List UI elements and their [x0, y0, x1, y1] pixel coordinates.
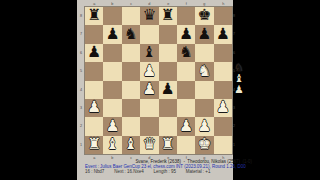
- rank-label-6: 6: [79, 47, 83, 58]
- white-rook-piece: ♜: [161, 137, 175, 153]
- video-frame: abcdefgh abcdefgh 87654321 87654321 ♜♛♜♚…: [0, 0, 320, 180]
- square-f1[interactable]: [177, 136, 195, 154]
- white-pawn-piece: ♟: [198, 119, 212, 135]
- square-g4[interactable]: [195, 81, 213, 99]
- rank-label-7: 7: [232, 29, 236, 40]
- rank-label-4: 4: [79, 84, 83, 95]
- square-e4[interactable]: ♟: [159, 81, 177, 99]
- white-rook-piece: ♜: [87, 137, 101, 153]
- square-e6[interactable]: [159, 44, 177, 62]
- square-g6[interactable]: [195, 44, 213, 62]
- square-f4[interactable]: [177, 81, 195, 99]
- white-bishop-piece: ♝: [106, 137, 120, 153]
- square-b8[interactable]: [103, 7, 121, 25]
- square-h4[interactable]: [214, 81, 232, 99]
- file-label-d: d: [144, 2, 155, 6]
- rank-label-1: 1: [79, 139, 83, 150]
- square-f7[interactable]: ♟: [177, 25, 195, 43]
- square-g3[interactable]: [195, 99, 213, 117]
- black-rook-piece: ♜: [161, 8, 175, 24]
- square-h3[interactable]: ♟: [214, 99, 232, 117]
- square-d7[interactable]: [140, 25, 158, 43]
- square-h7[interactable]: ♟: [214, 25, 232, 43]
- rank-label-2: 2: [79, 121, 83, 132]
- square-b4[interactable]: [103, 81, 121, 99]
- square-c7[interactable]: ♞: [122, 25, 140, 43]
- square-h8[interactable]: [214, 7, 232, 25]
- square-e2[interactable]: [159, 117, 177, 135]
- rank-labels-left: 87654321: [78, 7, 84, 154]
- square-h2[interactable]: [214, 117, 232, 135]
- file-label-g: g: [199, 2, 210, 6]
- rank-label-1: 1: [232, 139, 236, 150]
- square-h5[interactable]: [214, 62, 232, 80]
- square-c6[interactable]: [122, 44, 140, 62]
- black-king-piece: ♚: [198, 8, 212, 24]
- rank-label-2: 2: [232, 121, 236, 132]
- file-label-a: a: [88, 2, 99, 6]
- square-b1[interactable]: ♝: [103, 136, 121, 154]
- players-line: Svane, Frederik (2638) - Theodorou, Niko…: [85, 159, 235, 164]
- file-label-e: e: [162, 2, 173, 6]
- square-a5[interactable]: [85, 62, 103, 80]
- square-a2[interactable]: [85, 117, 103, 135]
- rank-label-8: 8: [232, 10, 236, 21]
- file-label-h: h: [217, 2, 228, 6]
- square-f2[interactable]: ♟: [177, 117, 195, 135]
- black-pawn-piece: ♟: [198, 27, 212, 43]
- white-pawn-piece: ♟: [179, 119, 193, 135]
- white-pawn-piece: ♟: [216, 100, 230, 116]
- square-e3[interactable]: [159, 99, 177, 117]
- white-king-piece: ♚: [198, 137, 212, 153]
- black-pawn-piece: ♟: [106, 27, 120, 43]
- square-g8[interactable]: ♚: [195, 7, 213, 25]
- chess-diagram-panel: abcdefgh abcdefgh 87654321 87654321 ♜♛♜♚…: [77, 0, 233, 180]
- white-pawn-piece: ♟: [87, 100, 101, 116]
- square-d6[interactable]: ♝: [140, 44, 158, 62]
- square-d8[interactable]: ♛: [140, 7, 158, 25]
- square-a6[interactable]: ♟: [85, 44, 103, 62]
- square-a8[interactable]: ♜: [85, 7, 103, 25]
- material-difference-tray: ♞♝♟: [233, 62, 245, 95]
- square-h1[interactable]: [214, 136, 232, 154]
- white-bishop-piece: ♝: [124, 137, 138, 153]
- white-pawn-piece: ♟: [142, 64, 156, 80]
- square-b5[interactable]: [103, 62, 121, 80]
- square-c4[interactable]: [122, 81, 140, 99]
- square-c8[interactable]: [122, 7, 140, 25]
- square-g5[interactable]: ♞: [195, 62, 213, 80]
- square-a3[interactable]: ♟: [85, 99, 103, 117]
- square-g1[interactable]: ♚: [195, 136, 213, 154]
- rank-label-5: 5: [79, 66, 83, 77]
- chess-board[interactable]: ♜♛♜♚♟♞♟♟♟♟♝♞♟♞♟♟♟♟♟♟♟♜♝♝♛♜♚: [85, 7, 232, 154]
- square-f6[interactable]: ♞: [177, 44, 195, 62]
- black-bishop-piece: ♝: [142, 45, 156, 61]
- square-d2[interactable]: [140, 117, 158, 135]
- rank-label-8: 8: [79, 10, 83, 21]
- status-line: 16 : Nbd7 Next : 16.Nxe4 Length : 95 Mat…: [85, 169, 235, 174]
- square-g7[interactable]: ♟: [195, 25, 213, 43]
- square-e7[interactable]: [159, 25, 177, 43]
- square-b6[interactable]: [103, 44, 121, 62]
- square-e1[interactable]: ♜: [159, 136, 177, 154]
- event-line: Event : Julius Baer GenCup 23 el, chess.…: [85, 164, 235, 169]
- square-h6[interactable]: [214, 44, 232, 62]
- black-pawn-piece: ♟: [216, 27, 230, 43]
- square-c1[interactable]: ♝: [122, 136, 140, 154]
- rank-label-3: 3: [79, 102, 83, 113]
- square-d3[interactable]: [140, 99, 158, 117]
- white-knight-piece: ♞: [198, 64, 212, 80]
- square-d4[interactable]: ♟: [140, 81, 158, 99]
- square-c2[interactable]: [122, 117, 140, 135]
- square-f8[interactable]: [177, 7, 195, 25]
- rank-label-3: 3: [232, 102, 236, 113]
- square-f5[interactable]: [177, 62, 195, 80]
- black-rook-piece: ♜: [87, 8, 101, 24]
- white-pawn-piece: ♟: [106, 119, 120, 135]
- black-pawn-piece: ♟: [179, 27, 193, 43]
- square-b2[interactable]: ♟: [103, 117, 121, 135]
- square-f3[interactable]: [177, 99, 195, 117]
- square-a1[interactable]: ♜: [85, 136, 103, 154]
- file-label-f: f: [180, 2, 191, 6]
- white-pawn-piece: ♟: [142, 82, 156, 98]
- black-pawn-piece: ♟: [87, 45, 101, 61]
- square-a7[interactable]: [85, 25, 103, 43]
- rank-label-7: 7: [79, 29, 83, 40]
- white-pawn-captured-icon: ♟: [234, 84, 243, 95]
- square-e5[interactable]: [159, 62, 177, 80]
- white-queen-piece: ♛: [142, 137, 156, 153]
- file-label-b: b: [107, 2, 118, 6]
- square-g2[interactable]: ♟: [195, 117, 213, 135]
- square-b3[interactable]: [103, 99, 121, 117]
- black-queen-piece: ♛: [142, 8, 156, 24]
- file-label-c: c: [125, 2, 136, 6]
- square-a4[interactable]: [85, 81, 103, 99]
- square-e8[interactable]: ♜: [159, 7, 177, 25]
- rank-label-6: 6: [232, 47, 236, 58]
- black-knight-piece: ♞: [124, 27, 138, 43]
- square-c5[interactable]: [122, 62, 140, 80]
- black-pawn-piece: ♟: [161, 82, 175, 98]
- square-d5[interactable]: ♟: [140, 62, 158, 80]
- square-c3[interactable]: [122, 99, 140, 117]
- black-knight-piece: ♞: [179, 45, 193, 61]
- square-d1[interactable]: ♛: [140, 136, 158, 154]
- square-b7[interactable]: ♟: [103, 25, 121, 43]
- game-caption: Svane, Frederik (2638) - Theodorou, Niko…: [85, 159, 235, 174]
